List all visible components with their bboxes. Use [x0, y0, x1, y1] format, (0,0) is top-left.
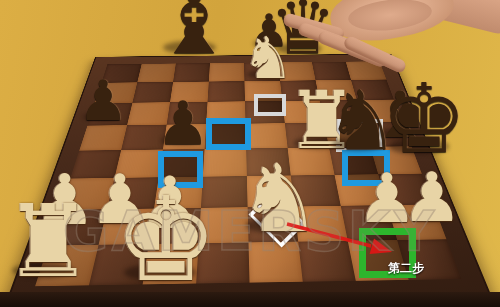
- piece-white-rook-a1[interactable]: ♜: [0, 192, 98, 292]
- piece-white-pawn-g2[interactable]: ♟: [353, 165, 421, 233]
- piece-black-pawn-a5[interactable]: ♟: [75, 73, 131, 129]
- piece-black-king-h4[interactable]: ♚: [376, 71, 472, 167]
- piece-black-bishop-c8[interactable]: ♝: [151, 0, 237, 66]
- piece-white-king-c1[interactable]: ♚: [108, 182, 224, 298]
- chess-game-screenshot: ♟♝♛♞♟♝♟♜♞♚♟♟♟♟♟♞♜♚ GAMERSKY 第二步: [0, 0, 500, 307]
- piece-black-pawn-c4[interactable]: ♟: [153, 93, 213, 153]
- piece-white-knight-e2[interactable]: ♞: [233, 152, 327, 246]
- step-two-label: 第二步: [388, 260, 440, 277]
